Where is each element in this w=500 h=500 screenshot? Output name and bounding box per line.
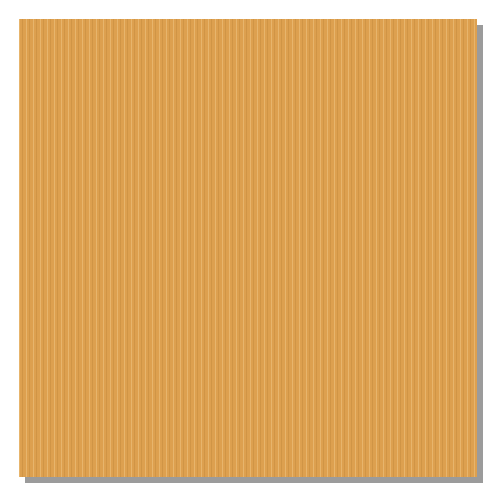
- column-labels-bottom: [19, 483, 477, 499]
- column-labels-top: [19, 0, 477, 16]
- row-labels-left: [0, 19, 16, 477]
- go-board: [19, 19, 477, 477]
- row-labels-right: [486, 19, 500, 477]
- go-diagram-page: [0, 0, 500, 500]
- board-intersections: [20, 20, 476, 476]
